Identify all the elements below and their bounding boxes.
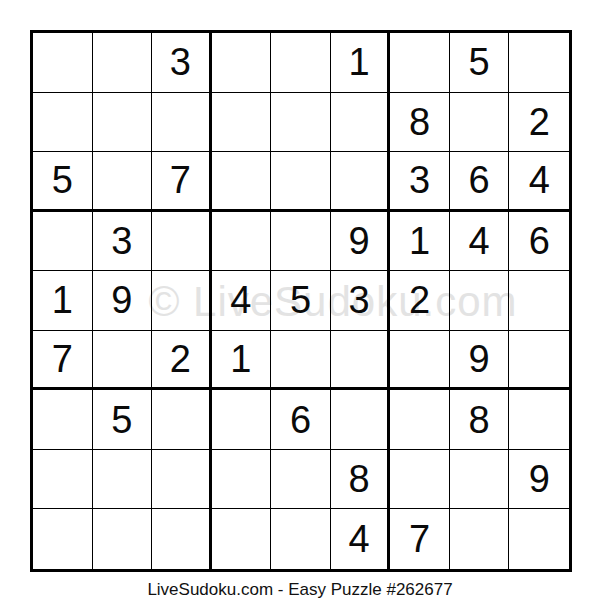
cell-r8c1[interactable]	[33, 450, 93, 510]
cell-r5c5[interactable]: 5	[271, 271, 331, 331]
given-digit: 7	[52, 340, 73, 378]
cell-r3c9[interactable]: 4	[509, 152, 569, 212]
given-digit: 5	[52, 161, 73, 199]
cell-r1c6[interactable]: 1	[331, 33, 391, 93]
given-digit: 4	[469, 222, 490, 260]
cell-r3c4[interactable]	[212, 152, 272, 212]
cell-r4c4[interactable]	[212, 212, 272, 272]
given-digit: 1	[409, 222, 430, 260]
cell-r9c6[interactable]: 4	[331, 509, 391, 569]
cell-r6c9[interactable]	[509, 331, 569, 391]
cell-r5c2[interactable]: 9	[93, 271, 153, 331]
cell-r4c8[interactable]: 4	[450, 212, 510, 272]
given-digit: 7	[170, 161, 191, 199]
cell-r1c2[interactable]	[93, 33, 153, 93]
cell-r9c5[interactable]	[271, 509, 331, 569]
cell-r7c7[interactable]	[390, 390, 450, 450]
cell-r2c3[interactable]	[152, 93, 212, 153]
cell-r4c3[interactable]	[152, 212, 212, 272]
cell-r7c3[interactable]	[152, 390, 212, 450]
cell-r1c7[interactable]	[390, 33, 450, 93]
cell-r6c6[interactable]	[331, 331, 391, 391]
cell-r9c4[interactable]	[212, 509, 272, 569]
cell-r9c1[interactable]	[33, 509, 93, 569]
cell-r1c9[interactable]	[509, 33, 569, 93]
cell-r8c6[interactable]: 8	[331, 450, 391, 510]
given-digit: 3	[409, 161, 430, 199]
cell-r5c6[interactable]: 3	[331, 271, 391, 331]
cell-r4c2[interactable]: 3	[93, 212, 153, 272]
cell-r8c4[interactable]	[212, 450, 272, 510]
cell-r3c1[interactable]: 5	[33, 152, 93, 212]
cell-r2c1[interactable]	[33, 93, 93, 153]
puzzle-page: © LiveSudoku.com 31582573643914619453272…	[0, 0, 600, 615]
cell-r2c6[interactable]	[331, 93, 391, 153]
cell-r4c6[interactable]: 9	[331, 212, 391, 272]
cell-r5c1[interactable]: 1	[33, 271, 93, 331]
cell-r3c2[interactable]	[93, 152, 153, 212]
cell-r4c9[interactable]: 6	[509, 212, 569, 272]
given-digit: 2	[170, 340, 191, 378]
cell-r4c5[interactable]	[271, 212, 331, 272]
cell-r6c5[interactable]	[271, 331, 331, 391]
given-digit: 2	[409, 281, 430, 319]
given-digit: 1	[52, 281, 73, 319]
cell-r6c7[interactable]	[390, 331, 450, 391]
given-digit: 8	[409, 103, 430, 141]
given-digit: 3	[111, 222, 132, 260]
given-digit: 3	[170, 43, 191, 81]
cell-r5c4[interactable]: 4	[212, 271, 272, 331]
given-digit: 5	[469, 43, 490, 81]
cell-r8c9[interactable]: 9	[509, 450, 569, 510]
cell-r5c7[interactable]: 2	[390, 271, 450, 331]
cell-r9c2[interactable]	[93, 509, 153, 569]
cell-r8c5[interactable]	[271, 450, 331, 510]
given-digit: 4	[529, 161, 550, 199]
given-digit: 2	[529, 103, 550, 141]
cell-r8c8[interactable]	[450, 450, 510, 510]
cell-r5c9[interactable]	[509, 271, 569, 331]
given-digit: 9	[469, 340, 490, 378]
given-digit: 6	[290, 401, 311, 439]
cell-r2c2[interactable]	[93, 93, 153, 153]
cell-r8c2[interactable]	[93, 450, 153, 510]
cell-r9c8[interactable]	[450, 509, 510, 569]
cell-r3c6[interactable]	[331, 152, 391, 212]
given-digit: 1	[230, 340, 251, 378]
cell-r1c4[interactable]	[212, 33, 272, 93]
given-digit: 9	[111, 281, 132, 319]
given-digit: 6	[529, 222, 550, 260]
cell-r7c4[interactable]	[212, 390, 272, 450]
cell-r2c5[interactable]	[271, 93, 331, 153]
given-digit: 5	[290, 281, 311, 319]
cell-r6c2[interactable]	[93, 331, 153, 391]
cell-r5c8[interactable]	[450, 271, 510, 331]
cell-r3c3[interactable]: 7	[152, 152, 212, 212]
given-digit: 6	[469, 161, 490, 199]
cell-r2c7[interactable]: 8	[390, 93, 450, 153]
cell-r3c8[interactable]: 6	[450, 152, 510, 212]
cell-r8c7[interactable]	[390, 450, 450, 510]
cell-r7c8[interactable]: 8	[450, 390, 510, 450]
sudoku-board: © LiveSudoku.com 31582573643914619453272…	[30, 30, 572, 572]
cell-r3c7[interactable]: 3	[390, 152, 450, 212]
cell-r7c6[interactable]	[331, 390, 391, 450]
given-digit: 8	[469, 401, 490, 439]
cell-r7c2[interactable]: 5	[93, 390, 153, 450]
given-digit: 8	[348, 460, 369, 498]
sudoku-grid: 31582573643914619453272195688947	[33, 33, 569, 569]
cell-r7c9[interactable]	[509, 390, 569, 450]
given-digit: 1	[348, 43, 369, 81]
cell-r6c4[interactable]: 1	[212, 331, 272, 391]
cell-r9c3[interactable]	[152, 509, 212, 569]
cell-r7c1[interactable]	[33, 390, 93, 450]
given-digit: 9	[529, 460, 550, 498]
cell-r4c1[interactable]	[33, 212, 93, 272]
given-digit: 9	[348, 222, 369, 260]
cell-r9c9[interactable]	[509, 509, 569, 569]
cell-r3c5[interactable]	[271, 152, 331, 212]
cell-r6c8[interactable]: 9	[450, 331, 510, 391]
cell-r8c3[interactable]	[152, 450, 212, 510]
cell-r1c5[interactable]	[271, 33, 331, 93]
given-digit: 4	[348, 520, 369, 558]
cell-r1c3[interactable]: 3	[152, 33, 212, 93]
cell-r6c3[interactable]: 2	[152, 331, 212, 391]
cell-r1c8[interactable]: 5	[450, 33, 510, 93]
cell-r1c1[interactable]	[33, 33, 93, 93]
cell-r7c5[interactable]: 6	[271, 390, 331, 450]
cell-r6c1[interactable]: 7	[33, 331, 93, 391]
given-digit: 5	[111, 401, 132, 439]
cell-r4c7[interactable]: 1	[390, 212, 450, 272]
cell-r2c8[interactable]	[450, 93, 510, 153]
given-digit: 7	[409, 520, 430, 558]
cell-r9c7[interactable]: 7	[390, 509, 450, 569]
cell-r5c3[interactable]	[152, 271, 212, 331]
given-digit: 3	[348, 281, 369, 319]
cell-r2c4[interactable]	[212, 93, 272, 153]
cell-r2c9[interactable]: 2	[509, 93, 569, 153]
caption: LiveSudoku.com - Easy Puzzle #262677	[0, 580, 600, 600]
given-digit: 4	[230, 281, 251, 319]
